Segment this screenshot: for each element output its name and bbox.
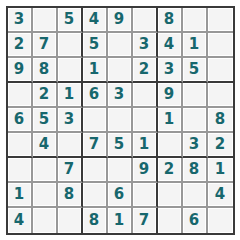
cell-r6c7[interactable] — [158, 133, 183, 158]
cell-r4c8[interactable] — [183, 83, 208, 108]
cell-r7c1[interactable] — [8, 158, 33, 183]
sudoku-board: 3549827534198123521639653184751327928118… — [6, 6, 235, 235]
cell-r2c8[interactable]: 1 — [183, 33, 208, 58]
cell-r3c7[interactable]: 3 — [158, 58, 183, 83]
cell-r1c1[interactable]: 3 — [8, 8, 33, 33]
cell-r7c7[interactable]: 2 — [158, 158, 183, 183]
cell-r8c1[interactable]: 1 — [8, 183, 33, 208]
cell-r2c2[interactable]: 7 — [33, 33, 58, 58]
cell-r6c6[interactable]: 1 — [133, 133, 158, 158]
cell-r5c1[interactable]: 6 — [8, 108, 33, 133]
cell-r9c8[interactable]: 6 — [183, 208, 208, 233]
cell-r8c3[interactable]: 8 — [58, 183, 83, 208]
cell-r9c2[interactable] — [33, 208, 58, 233]
cell-r5c8[interactable] — [183, 108, 208, 133]
cell-r5c2[interactable]: 5 — [33, 108, 58, 133]
cell-r9c7[interactable] — [158, 208, 183, 233]
cell-r6c9[interactable]: 2 — [208, 133, 233, 158]
cell-r1c7[interactable]: 8 — [158, 8, 183, 33]
cell-r9c9[interactable] — [208, 208, 233, 233]
cell-r9c5[interactable]: 1 — [108, 208, 133, 233]
cell-r5c4[interactable] — [83, 108, 108, 133]
cell-r8c6[interactable] — [133, 183, 158, 208]
cell-r1c6[interactable] — [133, 8, 158, 33]
cell-r3c5[interactable] — [108, 58, 133, 83]
cell-r5c9[interactable]: 8 — [208, 108, 233, 133]
cell-r7c3[interactable]: 7 — [58, 158, 83, 183]
cell-r5c3[interactable]: 3 — [58, 108, 83, 133]
cell-r2c9[interactable] — [208, 33, 233, 58]
cell-r9c1[interactable]: 4 — [8, 208, 33, 233]
cell-r3c6[interactable]: 2 — [133, 58, 158, 83]
cell-r8c8[interactable] — [183, 183, 208, 208]
cell-r4c5[interactable]: 3 — [108, 83, 133, 108]
cell-r7c4[interactable] — [83, 158, 108, 183]
cell-r1c2[interactable] — [33, 8, 58, 33]
cell-r1c3[interactable]: 5 — [58, 8, 83, 33]
cell-r4c6[interactable] — [133, 83, 158, 108]
cell-r5c5[interactable] — [108, 108, 133, 133]
cell-r6c8[interactable]: 3 — [183, 133, 208, 158]
cell-r3c8[interactable]: 5 — [183, 58, 208, 83]
cell-r4c7[interactable]: 9 — [158, 83, 183, 108]
cell-r4c9[interactable] — [208, 83, 233, 108]
cell-r6c3[interactable] — [58, 133, 83, 158]
cell-r5c6[interactable] — [133, 108, 158, 133]
cell-r3c2[interactable]: 8 — [33, 58, 58, 83]
cell-r2c6[interactable]: 3 — [133, 33, 158, 58]
cell-r1c8[interactable] — [183, 8, 208, 33]
cell-r5c7[interactable]: 1 — [158, 108, 183, 133]
cell-r7c5[interactable] — [108, 158, 133, 183]
cell-r7c2[interactable] — [33, 158, 58, 183]
cell-r6c2[interactable]: 4 — [33, 133, 58, 158]
cell-r4c3[interactable]: 1 — [58, 83, 83, 108]
cell-r3c4[interactable]: 1 — [83, 58, 108, 83]
cell-r7c6[interactable]: 9 — [133, 158, 158, 183]
cell-r6c1[interactable] — [8, 133, 33, 158]
cell-r2c7[interactable]: 4 — [158, 33, 183, 58]
cell-r9c6[interactable]: 7 — [133, 208, 158, 233]
cell-r6c4[interactable]: 7 — [83, 133, 108, 158]
cell-r7c8[interactable]: 8 — [183, 158, 208, 183]
cell-r2c3[interactable] — [58, 33, 83, 58]
cell-r7c9[interactable]: 1 — [208, 158, 233, 183]
cell-r1c9[interactable] — [208, 8, 233, 33]
cell-r8c9[interactable]: 4 — [208, 183, 233, 208]
cell-r9c4[interactable]: 8 — [83, 208, 108, 233]
cell-r8c4[interactable] — [83, 183, 108, 208]
cell-r6c5[interactable]: 5 — [108, 133, 133, 158]
cell-r9c3[interactable] — [58, 208, 83, 233]
cell-r3c9[interactable] — [208, 58, 233, 83]
cell-r2c5[interactable] — [108, 33, 133, 58]
cell-r4c1[interactable] — [8, 83, 33, 108]
cell-r3c3[interactable] — [58, 58, 83, 83]
cell-r8c5[interactable]: 6 — [108, 183, 133, 208]
cell-r8c2[interactable] — [33, 183, 58, 208]
cell-r8c7[interactable] — [158, 183, 183, 208]
cell-r3c1[interactable]: 9 — [8, 58, 33, 83]
cell-r4c2[interactable]: 2 — [33, 83, 58, 108]
cell-r2c4[interactable]: 5 — [83, 33, 108, 58]
cell-r4c4[interactable]: 6 — [83, 83, 108, 108]
cell-r1c5[interactable]: 9 — [108, 8, 133, 33]
cell-r1c4[interactable]: 4 — [83, 8, 108, 33]
cell-r2c1[interactable]: 2 — [8, 33, 33, 58]
